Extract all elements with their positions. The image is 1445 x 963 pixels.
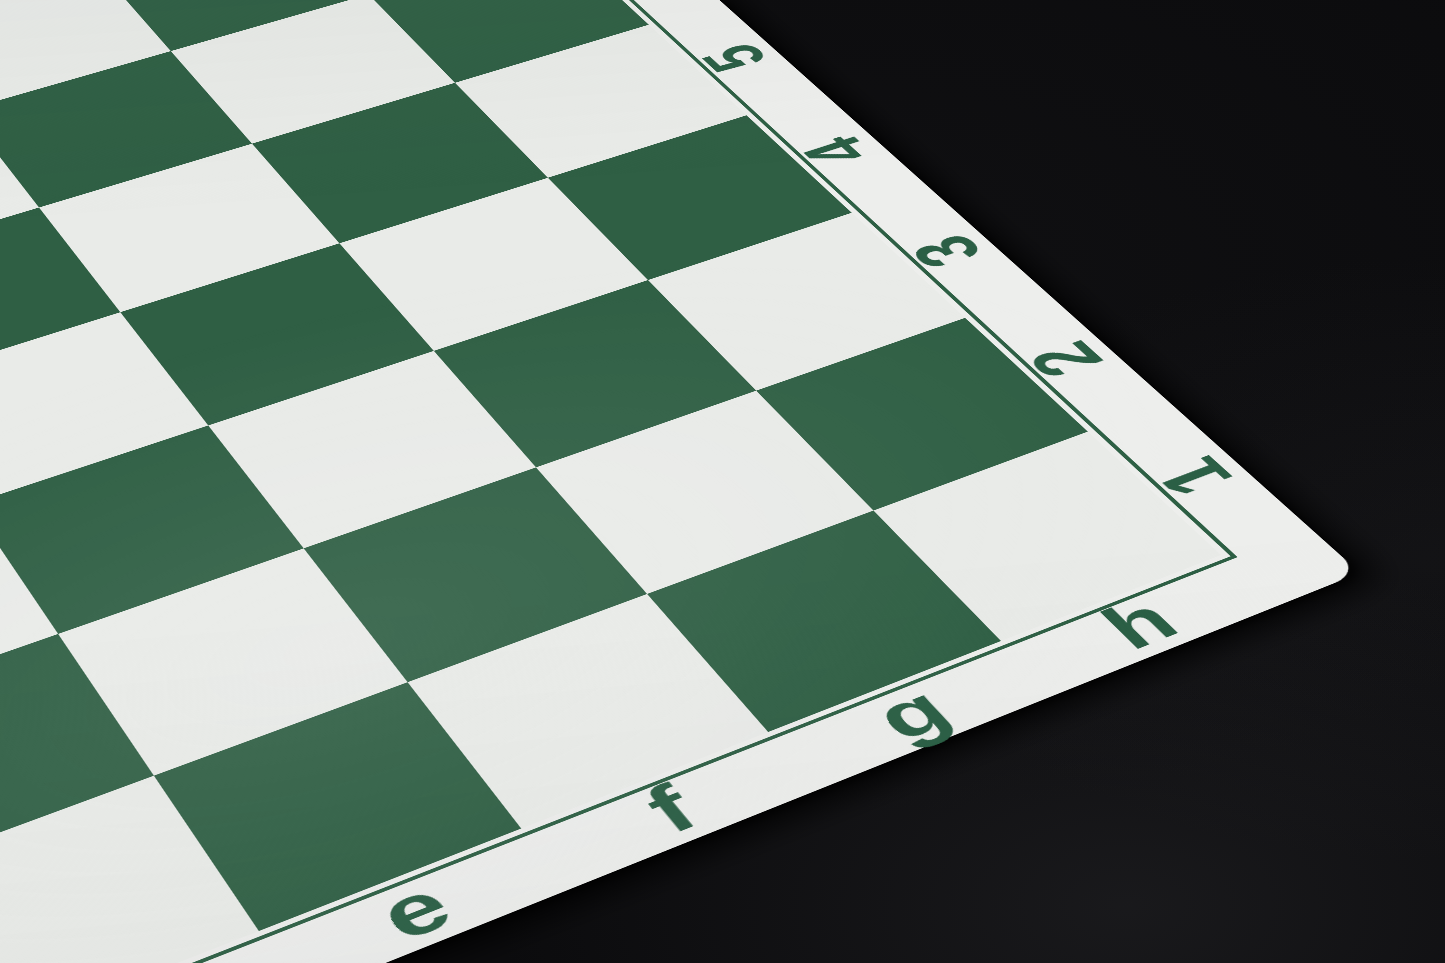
file-label-text: g (860, 676, 964, 751)
rank-label-text: 5 (688, 37, 780, 78)
rank-label-text: 3 (897, 228, 996, 275)
file-label-text: f (632, 775, 710, 844)
rank-label-text: 2 (1014, 334, 1117, 385)
photo-background: abcdefgh 87654321 (0, 0, 1445, 963)
rank-label-text: 1 (1141, 449, 1248, 504)
file-label-text: e (365, 870, 464, 952)
file-label-text: h (1088, 589, 1191, 660)
chess-mat: abcdefgh 87654321 (0, 0, 1360, 963)
rank-label-text: 4 (789, 129, 884, 173)
